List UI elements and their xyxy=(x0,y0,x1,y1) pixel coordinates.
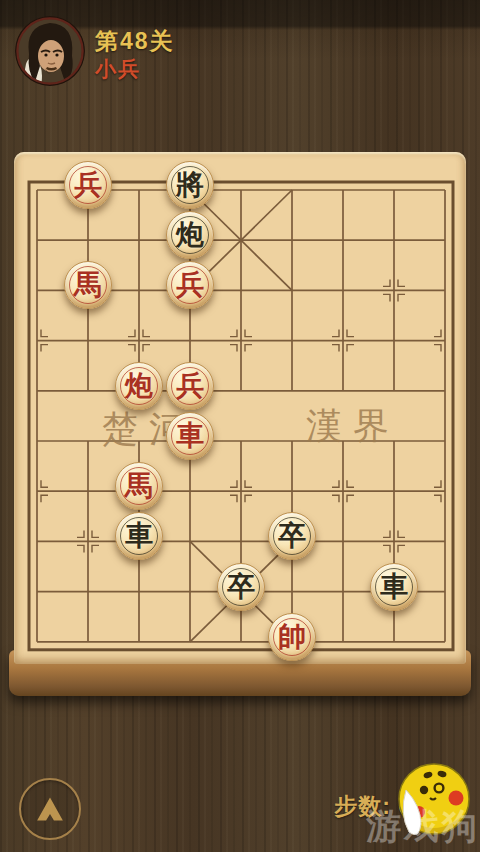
piece-red-horse[interactable]: 馬 xyxy=(115,462,163,510)
stage-name: 小兵 xyxy=(95,55,141,83)
player-avatar[interactable] xyxy=(15,16,85,86)
level-label: 第48关 xyxy=(95,26,175,57)
piece-black-soldier[interactable]: 卒 xyxy=(217,563,265,611)
piece-red-chariot[interactable]: 車 xyxy=(166,412,214,460)
piece-red-soldier[interactable]: 兵 xyxy=(166,261,214,309)
piece-black-chariot[interactable]: 車 xyxy=(115,512,163,560)
collapse-button[interactable] xyxy=(19,778,81,840)
piece-red-general[interactable]: 帥 xyxy=(268,613,316,661)
mascot-button[interactable] xyxy=(397,762,471,846)
piece-black-chariot[interactable]: 車 xyxy=(370,563,418,611)
piece-black-general[interactable]: 將 xyxy=(166,161,214,209)
piece-red-cannon[interactable]: 炮 xyxy=(115,362,163,410)
pieces-layer: 兵將炮馬兵炮兵車馬車卒卒車帥 xyxy=(12,165,471,667)
piece-red-horse[interactable]: 馬 xyxy=(64,261,112,309)
step-counter: 步数: 0 xyxy=(280,791,412,822)
piece-black-soldier[interactable]: 卒 xyxy=(268,512,316,560)
piece-red-soldier[interactable]: 兵 xyxy=(64,161,112,209)
steps-label: 步数: xyxy=(334,793,391,819)
up-arrow-icon xyxy=(30,789,70,829)
piece-red-soldier[interactable]: 兵 xyxy=(166,362,214,410)
piece-black-cannon[interactable]: 炮 xyxy=(166,211,214,259)
